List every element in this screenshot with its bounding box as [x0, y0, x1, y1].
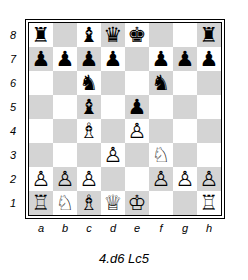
file-label-a: a [29, 222, 53, 234]
black-queen[interactable]: ♛ [104, 25, 123, 46]
black-pawn[interactable]: ♟ [176, 49, 195, 70]
square-f6[interactable]: ♞ [149, 71, 173, 95]
square-c8[interactable]: ♝ [77, 23, 101, 47]
square-e3[interactable] [125, 143, 149, 167]
square-b2[interactable]: ♙ [53, 167, 77, 191]
square-d6[interactable] [101, 71, 125, 95]
rank-labels: 87654321 [3, 19, 25, 219]
square-f7[interactable]: ♟ [149, 47, 173, 71]
board[interactable]: ♜♝♛♚♜♟♟♟♟♟♟♟♞♞♝♟♗♙♙♘♙♙♙♙♙♙♖♘♗♕♔♖ [28, 22, 222, 216]
rank-label-7: 7 [3, 47, 25, 71]
square-g1[interactable] [173, 191, 197, 215]
white-pawn[interactable]: ♙ [80, 169, 99, 190]
square-c4[interactable]: ♗ [77, 119, 101, 143]
square-e8[interactable]: ♚ [125, 23, 149, 47]
square-d2[interactable] [101, 167, 125, 191]
black-pawn[interactable]: ♟ [152, 49, 171, 70]
rank-label-6: 6 [3, 71, 25, 95]
square-f8[interactable] [149, 23, 173, 47]
square-e4[interactable]: ♙ [125, 119, 149, 143]
square-a5[interactable] [29, 95, 53, 119]
square-c3[interactable] [77, 143, 101, 167]
square-c7[interactable]: ♟ [77, 47, 101, 71]
black-bishop[interactable]: ♝ [80, 97, 99, 118]
square-c5[interactable]: ♝ [77, 95, 101, 119]
square-e2[interactable] [125, 167, 149, 191]
white-pawn[interactable]: ♙ [32, 169, 51, 190]
black-knight[interactable]: ♞ [152, 73, 171, 94]
square-d8[interactable]: ♛ [101, 23, 125, 47]
square-g2[interactable]: ♙ [173, 167, 197, 191]
black-rook[interactable]: ♜ [200, 25, 219, 46]
file-label-e: e [125, 222, 149, 234]
white-king[interactable]: ♔ [128, 193, 147, 214]
black-pawn[interactable]: ♟ [56, 49, 75, 70]
file-label-b: b [53, 222, 77, 234]
black-bishop[interactable]: ♝ [80, 25, 99, 46]
square-c2[interactable]: ♙ [77, 167, 101, 191]
square-a6[interactable] [29, 71, 53, 95]
square-a1[interactable]: ♖ [29, 191, 53, 215]
square-f1[interactable] [149, 191, 173, 215]
black-pawn[interactable]: ♟ [128, 97, 147, 118]
square-b6[interactable] [53, 71, 77, 95]
move-caption: 4.d6 Lc5 [0, 251, 248, 266]
rank-label-4: 4 [3, 119, 25, 143]
square-a4[interactable] [29, 119, 53, 143]
white-rook[interactable]: ♖ [200, 193, 219, 214]
file-label-h: h [197, 222, 221, 234]
square-d1[interactable]: ♕ [101, 191, 125, 215]
black-knight[interactable]: ♞ [80, 73, 99, 94]
white-pawn[interactable]: ♙ [128, 121, 147, 142]
square-d3[interactable]: ♙ [101, 143, 125, 167]
white-rook[interactable]: ♖ [32, 193, 51, 214]
white-bishop[interactable]: ♗ [80, 121, 99, 142]
square-d5[interactable] [101, 95, 125, 119]
square-f3[interactable]: ♘ [149, 143, 173, 167]
square-a2[interactable]: ♙ [29, 167, 53, 191]
board-border: ♜♝♛♚♜♟♟♟♟♟♟♟♞♞♝♟♗♙♙♘♙♙♙♙♙♙♖♘♗♕♔♖ [25, 19, 225, 219]
square-c6[interactable]: ♞ [77, 71, 101, 95]
square-d7[interactable]: ♟ [101, 47, 125, 71]
black-king[interactable]: ♚ [128, 25, 147, 46]
white-pawn[interactable]: ♙ [152, 169, 171, 190]
square-a3[interactable] [29, 143, 53, 167]
white-pawn[interactable]: ♙ [200, 169, 219, 190]
square-g7[interactable]: ♟ [173, 47, 197, 71]
rank-label-2: 2 [3, 167, 25, 191]
file-label-c: c [77, 222, 101, 234]
black-rook[interactable]: ♜ [32, 25, 51, 46]
chess-diagram-page: 87654321 ♜♝♛♚♜♟♟♟♟♟♟♟♞♞♝♟♗♙♙♘♙♙♙♙♙♙♖♘♗♕♔… [0, 0, 248, 280]
square-a7[interactable]: ♟ [29, 47, 53, 71]
square-h8[interactable]: ♜ [197, 23, 221, 47]
white-knight[interactable]: ♘ [152, 145, 171, 166]
square-d4[interactable] [101, 119, 125, 143]
white-knight[interactable]: ♘ [56, 193, 75, 214]
square-b1[interactable]: ♘ [53, 191, 77, 215]
square-g6[interactable] [173, 71, 197, 95]
white-pawn[interactable]: ♙ [176, 169, 195, 190]
square-c1[interactable]: ♗ [77, 191, 101, 215]
chess-diagram: 87654321 ♜♝♛♚♜♟♟♟♟♟♟♟♞♞♝♟♗♙♙♘♙♙♙♙♙♙♖♘♗♕♔… [3, 19, 225, 234]
square-b3[interactable] [53, 143, 77, 167]
square-h7[interactable]: ♟ [197, 47, 221, 71]
rank-label-8: 8 [3, 23, 25, 47]
square-h6[interactable] [197, 71, 221, 95]
file-labels: abcdefgh [25, 222, 225, 234]
file-label-d: d [101, 222, 125, 234]
black-pawn[interactable]: ♟ [200, 49, 219, 70]
square-h5[interactable] [197, 95, 221, 119]
square-h3[interactable] [197, 143, 221, 167]
square-b4[interactable] [53, 119, 77, 143]
square-h1[interactable]: ♖ [197, 191, 221, 215]
square-e6[interactable] [125, 71, 149, 95]
square-g4[interactable] [173, 119, 197, 143]
white-pawn[interactable]: ♙ [104, 145, 123, 166]
square-h2[interactable]: ♙ [197, 167, 221, 191]
file-label-f: f [149, 222, 173, 234]
black-pawn[interactable]: ♟ [104, 49, 123, 70]
white-bishop[interactable]: ♗ [80, 193, 99, 214]
square-h4[interactable] [197, 119, 221, 143]
square-f2[interactable]: ♙ [149, 167, 173, 191]
rank-label-1: 1 [3, 191, 25, 215]
white-queen[interactable]: ♕ [104, 193, 123, 214]
square-e5[interactable]: ♟ [125, 95, 149, 119]
square-b5[interactable] [53, 95, 77, 119]
file-label-g: g [173, 222, 197, 234]
square-b7[interactable]: ♟ [53, 47, 77, 71]
rank-label-3: 3 [3, 143, 25, 167]
square-a8[interactable]: ♜ [29, 23, 53, 47]
square-f4[interactable] [149, 119, 173, 143]
square-e1[interactable]: ♔ [125, 191, 149, 215]
square-b8[interactable] [53, 23, 77, 47]
rank-label-5: 5 [3, 95, 25, 119]
black-pawn[interactable]: ♟ [80, 49, 99, 70]
square-g3[interactable] [173, 143, 197, 167]
white-pawn[interactable]: ♙ [56, 169, 75, 190]
square-g5[interactable] [173, 95, 197, 119]
square-g8[interactable] [173, 23, 197, 47]
square-f5[interactable] [149, 95, 173, 119]
square-e7[interactable] [125, 47, 149, 71]
black-pawn[interactable]: ♟ [32, 49, 51, 70]
